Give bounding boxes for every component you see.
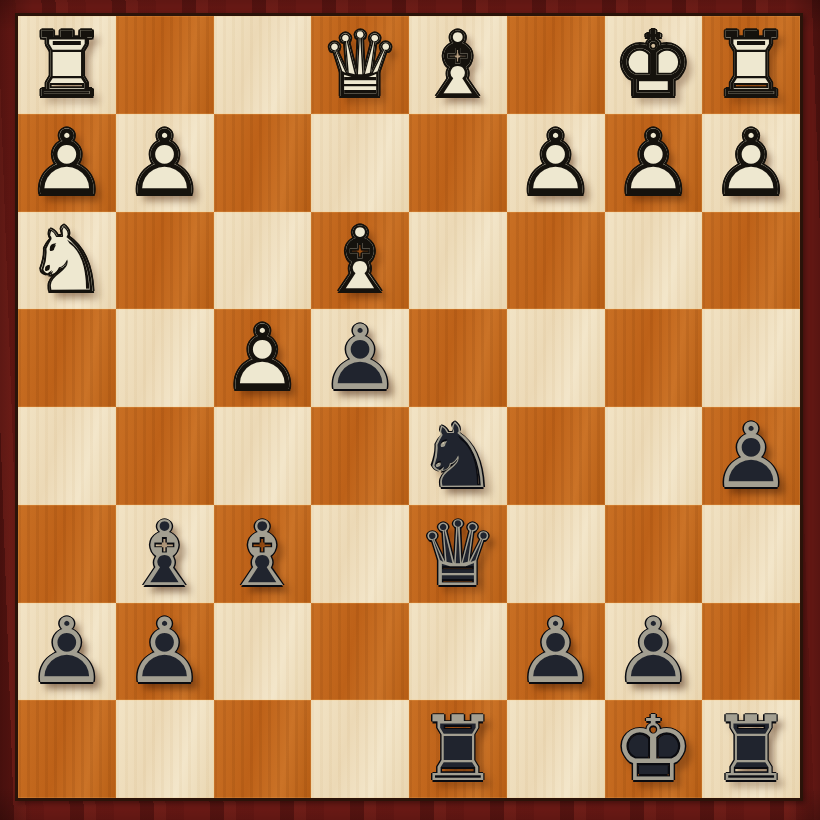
white-pawn-body: ♟ [214, 309, 312, 407]
square-f5[interactable] [214, 407, 312, 505]
piece-black-knight-icon: ♞♘ [409, 407, 507, 505]
square-f8[interactable] [214, 700, 312, 798]
white-pawn-body: ♟ [507, 114, 605, 212]
white-knight-outline: ♘ [18, 212, 116, 310]
chess-app-window: ♜♖♛♕♝♗♚♔♜♖♟♙♟♙♟♙♟♙♟♙♞♘♝♗♟♙♟♙♞♘♟♙♝♗♝♗♛♕♟♙… [0, 0, 820, 820]
piece-black-pawn-icon: ♟♙ [18, 603, 116, 701]
white-pawn-outline: ♙ [702, 114, 800, 212]
square-b5[interactable] [605, 407, 703, 505]
black-knight-outline: ♘ [409, 407, 507, 505]
square-g8[interactable] [116, 700, 214, 798]
square-h1[interactable]: ♜♖ [18, 16, 116, 114]
black-bishop-outline: ♗ [214, 505, 312, 603]
square-d7[interactable] [409, 603, 507, 701]
piece-white-rook-icon: ♜♖ [18, 16, 116, 114]
square-b7[interactable]: ♟♙ [605, 603, 703, 701]
black-pawn-outline: ♙ [311, 309, 409, 407]
square-a3[interactable] [702, 212, 800, 310]
square-g5[interactable] [116, 407, 214, 505]
piece-black-king-icon: ♚♔ [605, 700, 703, 798]
chess-board: ♜♖♛♕♝♗♚♔♜♖♟♙♟♙♟♙♟♙♟♙♞♘♝♗♟♙♟♙♞♘♟♙♝♗♝♗♛♕♟♙… [15, 13, 803, 801]
black-bishop-body: ♝ [116, 505, 214, 603]
white-pawn-outline: ♙ [605, 114, 703, 212]
white-bishop-body: ♝ [409, 16, 507, 114]
square-a2[interactable]: ♟♙ [702, 114, 800, 212]
square-h5[interactable] [18, 407, 116, 505]
white-bishop-body: ♝ [311, 212, 409, 310]
piece-black-bishop-icon: ♝♗ [214, 505, 312, 603]
square-a7[interactable] [702, 603, 800, 701]
square-d8[interactable]: ♜♖ [409, 700, 507, 798]
white-pawn-outline: ♙ [116, 114, 214, 212]
piece-black-rook-icon: ♜♖ [409, 700, 507, 798]
square-e4[interactable]: ♟♙ [311, 309, 409, 407]
black-pawn-outline: ♙ [702, 407, 800, 505]
black-pawn-body: ♟ [18, 603, 116, 701]
black-rook-body: ♜ [409, 700, 507, 798]
white-pawn-body: ♟ [702, 114, 800, 212]
piece-black-pawn-icon: ♟♙ [605, 603, 703, 701]
square-b8[interactable]: ♚♔ [605, 700, 703, 798]
square-a1[interactable]: ♜♖ [702, 16, 800, 114]
square-b2[interactable]: ♟♙ [605, 114, 703, 212]
black-pawn-body: ♟ [116, 603, 214, 701]
white-bishop-outline: ♗ [311, 212, 409, 310]
square-c8[interactable] [507, 700, 605, 798]
white-rook-body: ♜ [702, 16, 800, 114]
square-e3[interactable]: ♝♗ [311, 212, 409, 310]
white-knight-body: ♞ [18, 212, 116, 310]
piece-black-pawn-icon: ♟♙ [116, 603, 214, 701]
square-a5[interactable]: ♟♙ [702, 407, 800, 505]
black-rook-outline: ♖ [409, 700, 507, 798]
black-bishop-body: ♝ [214, 505, 312, 603]
square-e5[interactable] [311, 407, 409, 505]
black-rook-outline: ♖ [702, 700, 800, 798]
piece-black-queen-icon: ♛♕ [409, 505, 507, 603]
black-pawn-body: ♟ [605, 603, 703, 701]
black-bishop-outline: ♗ [116, 505, 214, 603]
square-g6[interactable]: ♝♗ [116, 505, 214, 603]
piece-white-rook-icon: ♜♖ [702, 16, 800, 114]
piece-white-pawn-icon: ♟♙ [605, 114, 703, 212]
piece-white-pawn-icon: ♟♙ [702, 114, 800, 212]
piece-white-pawn-icon: ♟♙ [18, 114, 116, 212]
white-king-outline: ♔ [605, 16, 703, 114]
square-g3[interactable] [116, 212, 214, 310]
square-f2[interactable] [214, 114, 312, 212]
black-pawn-body: ♟ [311, 309, 409, 407]
white-queen-body: ♛ [311, 16, 409, 114]
black-king-body: ♚ [605, 700, 703, 798]
white-pawn-outline: ♙ [18, 114, 116, 212]
piece-black-pawn-icon: ♟♙ [702, 407, 800, 505]
square-d3[interactable] [409, 212, 507, 310]
square-g4[interactable] [116, 309, 214, 407]
black-queen-outline: ♕ [409, 505, 507, 603]
square-h8[interactable] [18, 700, 116, 798]
piece-white-pawn-icon: ♟♙ [116, 114, 214, 212]
square-e8[interactable] [311, 700, 409, 798]
white-pawn-outline: ♙ [214, 309, 312, 407]
square-b6[interactable] [605, 505, 703, 603]
square-f7[interactable] [214, 603, 312, 701]
square-d1[interactable]: ♝♗ [409, 16, 507, 114]
white-king-body: ♚ [605, 16, 703, 114]
square-g1[interactable] [116, 16, 214, 114]
black-knight-body: ♞ [409, 407, 507, 505]
piece-white-pawn-icon: ♟♙ [507, 114, 605, 212]
square-b1[interactable]: ♚♔ [605, 16, 703, 114]
square-c2[interactable]: ♟♙ [507, 114, 605, 212]
square-e2[interactable] [311, 114, 409, 212]
white-rook-outline: ♖ [18, 16, 116, 114]
black-pawn-body: ♟ [702, 407, 800, 505]
square-b3[interactable] [605, 212, 703, 310]
square-c3[interactable] [507, 212, 605, 310]
square-f6[interactable]: ♝♗ [214, 505, 312, 603]
square-e6[interactable] [311, 505, 409, 603]
square-h6[interactable] [18, 505, 116, 603]
piece-black-pawn-icon: ♟♙ [311, 309, 409, 407]
square-h7[interactable]: ♟♙ [18, 603, 116, 701]
square-b4[interactable] [605, 309, 703, 407]
black-rook-body: ♜ [702, 700, 800, 798]
black-pawn-outline: ♙ [116, 603, 214, 701]
white-queen-outline: ♕ [311, 16, 409, 114]
square-g7[interactable]: ♟♙ [116, 603, 214, 701]
square-c6[interactable] [507, 505, 605, 603]
square-f3[interactable] [214, 212, 312, 310]
white-rook-body: ♜ [18, 16, 116, 114]
square-f4[interactable]: ♟♙ [214, 309, 312, 407]
piece-white-bishop-icon: ♝♗ [311, 212, 409, 310]
square-f1[interactable] [214, 16, 312, 114]
square-h2[interactable]: ♟♙ [18, 114, 116, 212]
piece-white-queen-icon: ♛♕ [311, 16, 409, 114]
square-d4[interactable] [409, 309, 507, 407]
square-a4[interactable] [702, 309, 800, 407]
white-rook-outline: ♖ [702, 16, 800, 114]
black-pawn-outline: ♙ [507, 603, 605, 701]
piece-white-bishop-icon: ♝♗ [409, 16, 507, 114]
black-pawn-outline: ♙ [605, 603, 703, 701]
square-c7[interactable]: ♟♙ [507, 603, 605, 701]
square-d6[interactable]: ♛♕ [409, 505, 507, 603]
piece-white-king-icon: ♚♔ [605, 16, 703, 114]
piece-black-bishop-icon: ♝♗ [116, 505, 214, 603]
white-pawn-body: ♟ [116, 114, 214, 212]
square-d2[interactable] [409, 114, 507, 212]
black-pawn-body: ♟ [507, 603, 605, 701]
piece-black-pawn-icon: ♟♙ [507, 603, 605, 701]
square-e1[interactable]: ♛♕ [311, 16, 409, 114]
white-pawn-body: ♟ [605, 114, 703, 212]
square-h4[interactable] [18, 309, 116, 407]
square-g2[interactable]: ♟♙ [116, 114, 214, 212]
piece-black-rook-icon: ♜♖ [702, 700, 800, 798]
square-c5[interactable] [507, 407, 605, 505]
white-pawn-outline: ♙ [507, 114, 605, 212]
square-c4[interactable] [507, 309, 605, 407]
black-queen-body: ♛ [409, 505, 507, 603]
square-a6[interactable] [702, 505, 800, 603]
piece-white-pawn-icon: ♟♙ [214, 309, 312, 407]
square-d5[interactable]: ♞♘ [409, 407, 507, 505]
square-c1[interactable] [507, 16, 605, 114]
black-pawn-outline: ♙ [18, 603, 116, 701]
square-e7[interactable] [311, 603, 409, 701]
square-h3[interactable]: ♞♘ [18, 212, 116, 310]
square-a8[interactable]: ♜♖ [702, 700, 800, 798]
black-king-outline: ♔ [605, 700, 703, 798]
piece-white-knight-icon: ♞♘ [18, 212, 116, 310]
white-pawn-body: ♟ [18, 114, 116, 212]
white-bishop-outline: ♗ [409, 16, 507, 114]
